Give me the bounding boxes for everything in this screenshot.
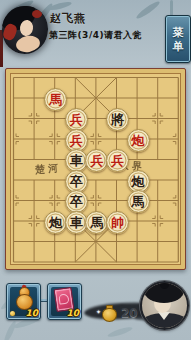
- piece-black-卒[interactable]: 卒: [65, 190, 88, 213]
- piece-label: 馬: [90, 216, 103, 229]
- piece-label: 炮: [132, 134, 145, 147]
- item-button-book[interactable]: 10: [47, 283, 82, 320]
- piece-label: 炮: [132, 175, 145, 188]
- piece-label: 兵: [111, 154, 124, 167]
- piece-label: 炮: [49, 216, 62, 229]
- piece-label: 兵: [70, 134, 83, 147]
- menu-button[interactable]: 菜 单: [165, 15, 191, 63]
- game-screen: 赵飞燕 第三阵(3/4)请君入瓮 菜 单 楚河 汉界 馬兵將兵炮車兵兵卒炮卒馬炮…: [0, 0, 191, 340]
- piece-label: 車: [70, 216, 83, 229]
- piece-red-炮[interactable]: 炮: [127, 129, 150, 152]
- piece-label: 卒: [70, 195, 83, 208]
- piece-label: 兵: [90, 154, 103, 167]
- piece-label: 馬: [132, 195, 145, 208]
- piece-black-馬[interactable]: 馬: [127, 190, 150, 213]
- piece-red-帥[interactable]: 帥: [106, 211, 129, 234]
- avatar-topknot: [160, 281, 169, 289]
- piece-black-炮[interactable]: 炮: [44, 211, 67, 234]
- piece-black-將[interactable]: 將: [106, 108, 129, 131]
- gourd-icon: [15, 287, 32, 309]
- piece-label: 卒: [70, 175, 83, 188]
- player-avatar: [140, 281, 189, 330]
- piece-label: 將: [111, 113, 124, 126]
- avatar-face: [19, 19, 34, 37]
- piece-label: 車: [70, 154, 83, 167]
- piece-label: 兵: [70, 113, 83, 126]
- piece-red-兵[interactable]: 兵: [106, 149, 129, 172]
- currency-amount: 20: [121, 306, 138, 320]
- money-bag-icon: [102, 305, 117, 320]
- item-count: 10: [66, 308, 79, 318]
- piece-black-車[interactable]: 車: [65, 149, 88, 172]
- piece-label: 馬: [49, 93, 62, 106]
- opponent-name: 赵飞燕: [50, 11, 86, 26]
- sparkle-icon: ✦: [96, 308, 101, 315]
- opponent-avatar: [2, 6, 48, 54]
- piece-red-兵[interactable]: 兵: [65, 108, 88, 131]
- item-count: 10: [25, 308, 38, 318]
- item-button-gourd[interactable]: 10: [6, 283, 41, 320]
- piece-black-車[interactable]: 車: [65, 211, 88, 234]
- menu-button-char-top: 菜: [173, 27, 184, 38]
- piece-red-馬[interactable]: 馬: [44, 88, 67, 111]
- piece-label: 帥: [111, 216, 124, 229]
- avatar-red-ribbon: [32, 10, 42, 18]
- bead-icon: [10, 311, 15, 316]
- menu-button-char-bottom: 单: [173, 41, 184, 52]
- xiangqi-board[interactable]: 楚河 汉界 馬兵將兵炮車兵兵卒炮卒馬炮車馬帥: [5, 68, 186, 270]
- stage-title: 第三阵(3/4)请君入瓮: [49, 29, 142, 42]
- piece-black-馬[interactable]: 馬: [85, 211, 108, 234]
- river-label-left: 楚河: [35, 161, 62, 177]
